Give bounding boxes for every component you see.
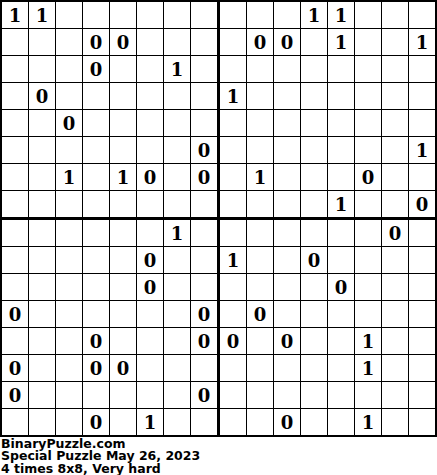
cell-r15c2-empty[interactable] [55,408,82,435]
cell-r12c6-empty[interactable] [163,327,190,354]
cell-r13c11-empty[interactable] [300,354,327,381]
cell-r5c14-empty[interactable] [381,136,408,163]
cell-r10c12-given: 0 [327,273,354,300]
cell-r0c4-empty[interactable] [109,2,136,28]
cell-r6c14-empty[interactable] [381,163,408,190]
cell-r1c1-empty[interactable] [28,28,55,55]
cell-r5c8-empty[interactable] [217,136,246,163]
cell-r3c4-empty[interactable] [109,82,136,109]
cell-r10c7-empty[interactable] [190,273,217,300]
cell-r0c5-empty[interactable] [136,2,163,28]
cell-r0c0-given: 1 [2,2,28,28]
cell-r6c3-empty[interactable] [82,163,109,190]
cell-r6c10-empty[interactable] [273,163,300,190]
cell-r6c5-given: 0 [136,163,163,190]
cell-r15c11-empty[interactable] [300,408,327,435]
cell-r12c4-empty[interactable] [109,327,136,354]
cell-r4c1-empty[interactable] [28,109,55,136]
cell-r5c2-empty[interactable] [55,136,82,163]
cell-r3c14-empty[interactable] [381,82,408,109]
cell-r7c6-empty[interactable] [163,190,190,217]
cell-r12c1-empty[interactable] [28,327,55,354]
cell-r3c13-empty[interactable] [354,82,381,109]
cell-r5c13-empty[interactable] [354,136,381,163]
cell-r3c12-empty[interactable] [327,82,354,109]
cell-r5c15-given: 1 [408,136,435,163]
cell-r2c7-empty[interactable] [190,55,217,82]
cell-r12c13-given: 1 [354,327,381,354]
cell-r14c1-empty[interactable] [28,381,55,408]
cell-r14c15-empty[interactable] [408,381,435,408]
cell-r9c15-empty[interactable] [408,246,435,273]
cell-r8c10-empty[interactable] [273,217,300,246]
cell-r10c0-empty[interactable] [2,273,28,300]
cell-r8c5-empty[interactable] [136,217,163,246]
cell-r10c11-empty[interactable] [300,273,327,300]
cell-r1c0-empty[interactable] [2,28,28,55]
cell-r3c6-empty[interactable] [163,82,190,109]
cell-r11c2-empty[interactable] [55,300,82,327]
cell-r6c13-given: 0 [354,163,381,190]
cell-r0c11-given: 1 [300,2,327,28]
cell-r6c1-empty[interactable] [28,163,55,190]
cell-r12c3-given: 0 [82,327,109,354]
footer: BinaryPuzzle.com Special Puzzle May 26, … [0,437,437,475]
cell-r5c11-empty[interactable] [300,136,327,163]
cell-r9c1-empty[interactable] [28,246,55,273]
cell-r10c2-empty[interactable] [55,273,82,300]
cell-r11c6-empty[interactable] [163,300,190,327]
cell-r14c5-empty[interactable] [136,381,163,408]
cell-r1c10-given: 0 [273,28,300,55]
cell-r10c4-empty[interactable] [109,273,136,300]
cell-r3c5-empty[interactable] [136,82,163,109]
cell-r6c12-empty[interactable] [327,163,354,190]
cell-r2c4-empty[interactable] [109,55,136,82]
cell-r10c15-empty[interactable] [408,273,435,300]
cell-r2c11-empty[interactable] [300,55,327,82]
cell-r7c5-empty[interactable] [136,190,163,217]
cell-r5c10-empty[interactable] [273,136,300,163]
cell-r7c14-empty[interactable] [381,190,408,217]
cell-r9c7-empty[interactable] [190,246,217,273]
cell-r1c11-empty[interactable] [300,28,327,55]
cell-r15c15-empty[interactable] [408,408,435,435]
cell-r15c12-empty[interactable] [327,408,354,435]
cell-r12c14-empty[interactable] [381,327,408,354]
cell-r14c14-empty[interactable] [381,381,408,408]
cell-r0c6-empty[interactable] [163,2,190,28]
cell-r4c10-empty[interactable] [273,109,300,136]
cell-r1c6-empty[interactable] [163,28,190,55]
cell-r0c3-empty[interactable] [82,2,109,28]
cell-r11c15-empty[interactable] [408,300,435,327]
cell-r6c8-empty[interactable] [217,163,246,190]
cell-r9c13-empty[interactable] [354,246,381,273]
cell-r12c7-given: 0 [190,327,217,354]
cell-r8c12-empty[interactable] [327,217,354,246]
cell-r13c12-empty[interactable] [327,354,354,381]
cell-r6c6-empty[interactable] [163,163,190,190]
cell-r15c4-empty[interactable] [109,408,136,435]
cell-r4c11-empty[interactable] [300,109,327,136]
cell-r0c15-empty[interactable] [408,2,435,28]
cell-r7c10-empty[interactable] [273,190,300,217]
cell-r0c1-given: 1 [28,2,55,28]
cell-r2c13-empty[interactable] [354,55,381,82]
cell-r8c11-empty[interactable] [300,217,327,246]
cell-r14c10-empty[interactable] [273,381,300,408]
cell-r4c6-empty[interactable] [163,109,190,136]
cell-r11c8-empty[interactable] [217,300,246,327]
cell-r3c3-empty[interactable] [82,82,109,109]
cell-r8c9-empty[interactable] [246,217,273,246]
cell-r14c11-empty[interactable] [300,381,327,408]
cell-r14c13-empty[interactable] [354,381,381,408]
cell-r2c15-empty[interactable] [408,55,435,82]
cell-r7c7-empty[interactable] [190,190,217,217]
cell-r13c10-empty[interactable] [273,354,300,381]
cell-r1c2-empty[interactable] [55,28,82,55]
cell-r4c0-empty[interactable] [2,109,28,136]
cell-r10c1-empty[interactable] [28,273,55,300]
cell-r10c5-given: 0 [136,273,163,300]
cell-r2c8-empty[interactable] [217,55,246,82]
cell-r15c9-empty[interactable] [246,408,273,435]
cell-r4c4-empty[interactable] [109,109,136,136]
binary-puzzle-board: 1111000011010100111001010100100000000001… [0,0,437,437]
cell-r3c0-empty[interactable] [2,82,28,109]
cell-r15c10-given: 0 [273,408,300,435]
cell-r4c8-empty[interactable] [217,109,246,136]
cell-r9c0-empty[interactable] [2,246,28,273]
cell-r5c4-empty[interactable] [109,136,136,163]
cell-r11c11-empty[interactable] [300,300,327,327]
cell-r3c7-empty[interactable] [190,82,217,109]
cell-r2c10-empty[interactable] [273,55,300,82]
cell-r7c13-empty[interactable] [354,190,381,217]
cell-r15c13-given: 1 [354,408,381,435]
cell-r8c3-empty[interactable] [82,217,109,246]
cell-r12c2-empty[interactable] [55,327,82,354]
cell-r5c7-given: 0 [190,136,217,163]
cell-r10c8-empty[interactable] [217,273,246,300]
cell-r3c9-empty[interactable] [246,82,273,109]
cell-r6c7-given: 0 [190,163,217,190]
cell-r9c4-empty[interactable] [109,246,136,273]
cell-r14c6-empty[interactable] [163,381,190,408]
cell-r4c5-empty[interactable] [136,109,163,136]
cell-r14c9-empty[interactable] [246,381,273,408]
cell-r2c14-empty[interactable] [381,55,408,82]
cell-r11c5-empty[interactable] [136,300,163,327]
cell-r14c7-given: 0 [190,381,217,408]
cell-r0c2-empty[interactable] [55,2,82,28]
cell-r13c15-empty[interactable] [408,354,435,381]
cell-r15c5-given: 1 [136,408,163,435]
cell-r7c3-empty[interactable] [82,190,109,217]
cell-r1c8-empty[interactable] [217,28,246,55]
cell-r9c14-empty[interactable] [381,246,408,273]
cell-r5c3-empty[interactable] [82,136,109,163]
cell-r2c12-empty[interactable] [327,55,354,82]
cell-r13c0-given: 0 [2,354,28,381]
cell-r12c5-empty[interactable] [136,327,163,354]
cell-r7c0-empty[interactable] [2,190,28,217]
cell-r10c3-empty[interactable] [82,273,109,300]
cell-r4c15-empty[interactable] [408,109,435,136]
cell-r5c1-empty[interactable] [28,136,55,163]
cell-r0c12-given: 1 [327,2,354,28]
cell-r15c0-empty[interactable] [2,408,28,435]
cell-r9c5-given: 0 [136,246,163,273]
cell-r8c7-empty[interactable] [190,217,217,246]
cell-r3c1-given: 0 [28,82,55,109]
cell-r1c9-given: 0 [246,28,273,55]
cell-r1c13-empty[interactable] [354,28,381,55]
cell-r4c13-empty[interactable] [354,109,381,136]
cell-r11c9-given: 0 [246,300,273,327]
cell-r11c0-given: 0 [2,300,28,327]
puzzle-subtitle: 4 times 8x8, Very hard [1,463,437,475]
cell-r14c12-empty[interactable] [327,381,354,408]
cell-r13c13-given: 1 [354,354,381,381]
cell-r8c15-empty[interactable] [408,217,435,246]
cell-r3c10-empty[interactable] [273,82,300,109]
cell-r10c14-empty[interactable] [381,273,408,300]
cell-r2c5-empty[interactable] [136,55,163,82]
cell-r6c15-empty[interactable] [408,163,435,190]
cell-r4c9-empty[interactable] [246,109,273,136]
cell-r12c11-empty[interactable] [300,327,327,354]
cell-r5c5-empty[interactable] [136,136,163,163]
cell-r13c3-given: 0 [82,354,109,381]
cell-r4c14-empty[interactable] [381,109,408,136]
cell-r3c2-empty[interactable] [55,82,82,109]
cell-r8c14-given: 0 [381,217,408,246]
cell-r8c2-empty[interactable] [55,217,82,246]
cell-r6c11-empty[interactable] [300,163,327,190]
cell-r12c9-empty[interactable] [246,327,273,354]
cell-r14c8-empty[interactable] [217,381,246,408]
cell-r5c6-empty[interactable] [163,136,190,163]
cell-r9c12-empty[interactable] [327,246,354,273]
cell-r15c14-empty[interactable] [381,408,408,435]
cell-r7c9-empty[interactable] [246,190,273,217]
cell-r13c9-empty[interactable] [246,354,273,381]
cell-r12c8-given: 0 [217,327,246,354]
cell-r4c12-empty[interactable] [327,109,354,136]
cell-r15c1-empty[interactable] [28,408,55,435]
cell-r9c3-empty[interactable] [82,246,109,273]
cell-r2c0-empty[interactable] [2,55,28,82]
cell-r8c4-empty[interactable] [109,217,136,246]
cell-r1c15-given: 1 [408,28,435,55]
cell-r3c8-given: 1 [217,82,246,109]
cell-r3c11-empty[interactable] [300,82,327,109]
cell-r11c10-empty[interactable] [273,300,300,327]
cell-r7c12-given: 1 [327,190,354,217]
cell-r7c1-empty[interactable] [28,190,55,217]
cell-r9c11-given: 0 [300,246,327,273]
cell-r12c10-given: 0 [273,327,300,354]
cell-r4c3-empty[interactable] [82,109,109,136]
cell-r8c8-empty[interactable] [217,217,246,246]
cell-r15c8-empty[interactable] [217,408,246,435]
cell-r9c10-empty[interactable] [273,246,300,273]
cell-r13c8-empty[interactable] [217,354,246,381]
cell-r6c9-given: 1 [246,163,273,190]
cell-r13c5-empty[interactable] [136,354,163,381]
cell-r15c7-empty[interactable] [190,408,217,435]
cell-r13c6-empty[interactable] [163,354,190,381]
cell-r8c1-empty[interactable] [28,217,55,246]
cell-r5c0-empty[interactable] [2,136,28,163]
cell-r1c3-given: 0 [82,28,109,55]
cell-r7c11-empty[interactable] [300,190,327,217]
cell-r2c6-given: 1 [163,55,190,82]
cell-r0c10-empty[interactable] [273,2,300,28]
cell-r1c4-given: 0 [109,28,136,55]
cell-r15c3-given: 0 [82,408,109,435]
cell-r10c6-empty[interactable] [163,273,190,300]
cell-r6c0-empty[interactable] [2,163,28,190]
cell-r0c8-empty[interactable] [217,2,246,28]
cell-r11c12-empty[interactable] [327,300,354,327]
cell-r8c6-given: 1 [163,217,190,246]
cell-r11c13-empty[interactable] [354,300,381,327]
cell-r14c4-empty[interactable] [109,381,136,408]
cell-r11c3-empty[interactable] [82,300,109,327]
cell-r13c7-empty[interactable] [190,354,217,381]
cell-r2c9-empty[interactable] [246,55,273,82]
cell-r12c15-empty[interactable] [408,327,435,354]
cell-r11c14-empty[interactable] [381,300,408,327]
cell-r2c2-empty[interactable] [55,55,82,82]
cell-r14c2-empty[interactable] [55,381,82,408]
cell-r0c7-empty[interactable] [190,2,217,28]
cell-r7c4-empty[interactable] [109,190,136,217]
cell-r4c2-given: 0 [55,109,82,136]
cell-r1c14-empty[interactable] [381,28,408,55]
cell-r4c7-empty[interactable] [190,109,217,136]
cell-r1c12-given: 1 [327,28,354,55]
cell-r1c5-empty[interactable] [136,28,163,55]
cell-r15c6-empty[interactable] [163,408,190,435]
cell-r7c2-empty[interactable] [55,190,82,217]
cell-r12c0-empty[interactable] [2,327,28,354]
cell-r5c9-empty[interactable] [246,136,273,163]
cell-r11c4-empty[interactable] [109,300,136,327]
cell-r13c2-empty[interactable] [55,354,82,381]
cell-r0c14-empty[interactable] [381,2,408,28]
cell-r10c13-empty[interactable] [354,273,381,300]
cell-r10c9-empty[interactable] [246,273,273,300]
cell-r3c15-empty[interactable] [408,82,435,109]
cell-r9c6-empty[interactable] [163,246,190,273]
cell-r14c0-given: 0 [2,381,28,408]
cell-r0c13-empty[interactable] [354,2,381,28]
cell-r2c3-given: 0 [82,55,109,82]
cell-r14c3-empty[interactable] [82,381,109,408]
cell-r1c7-empty[interactable] [190,28,217,55]
cell-r6c4-given: 1 [109,163,136,190]
cell-r2c1-empty[interactable] [28,55,55,82]
cell-r8c0-empty[interactable] [2,217,28,246]
cell-r7c8-empty[interactable] [217,190,246,217]
cell-r6c2-given: 1 [55,163,82,190]
cell-r9c9-empty[interactable] [246,246,273,273]
cell-r9c8-given: 1 [217,246,246,273]
cell-r7c15-given: 0 [408,190,435,217]
cell-r11c1-empty[interactable] [28,300,55,327]
cell-r11c7-given: 0 [190,300,217,327]
cell-r9c2-empty[interactable] [55,246,82,273]
cell-r8c13-empty[interactable] [354,217,381,246]
cell-r13c1-empty[interactable] [28,354,55,381]
cell-r5c12-empty[interactable] [327,136,354,163]
cell-r12c12-empty[interactable] [327,327,354,354]
cell-r0c9-empty[interactable] [246,2,273,28]
cell-r10c10-empty[interactable] [273,273,300,300]
cell-r13c4-given: 0 [109,354,136,381]
cell-r13c14-empty[interactable] [381,354,408,381]
